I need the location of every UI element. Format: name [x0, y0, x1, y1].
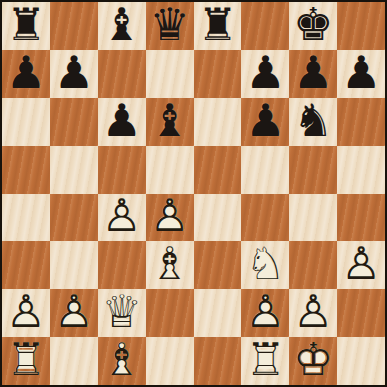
square-h4[interactable] [337, 194, 385, 242]
piece-black-rook: ♜ [194, 2, 242, 50]
white-king-outline-glyph: ♔ [289, 337, 337, 385]
square-e8[interactable]: ♜ [194, 2, 242, 50]
square-a8[interactable]: ♜ [2, 2, 50, 50]
square-e7[interactable] [194, 50, 242, 98]
square-e2[interactable] [194, 289, 242, 337]
piece-white-pawn: ♟♙ [98, 194, 146, 242]
square-f6[interactable]: ♟ [241, 98, 289, 146]
square-h7[interactable]: ♟ [337, 50, 385, 98]
square-a7[interactable]: ♟ [2, 50, 50, 98]
square-g8[interactable]: ♚ [289, 2, 337, 50]
white-rook-outline-glyph: ♖ [2, 337, 50, 385]
square-h5[interactable] [337, 146, 385, 194]
piece-black-knight: ♞ [289, 98, 337, 146]
square-c7[interactable] [98, 50, 146, 98]
square-g1[interactable]: ♚♔ [289, 337, 337, 385]
square-a6[interactable] [2, 98, 50, 146]
piece-white-pawn: ♟♙ [50, 289, 98, 337]
square-c4[interactable]: ♟♙ [98, 194, 146, 242]
square-h3[interactable]: ♟♙ [337, 241, 385, 289]
white-knight-glyph: ♞ [241, 241, 289, 289]
black-rook-glyph: ♜ [2, 2, 50, 50]
piece-white-king: ♚♔ [289, 337, 337, 385]
white-rook-outline-glyph: ♖ [241, 337, 289, 385]
white-pawn-glyph: ♟ [98, 194, 146, 242]
square-f7[interactable]: ♟ [241, 50, 289, 98]
square-b2[interactable]: ♟♙ [50, 289, 98, 337]
piece-black-queen: ♛ [146, 2, 194, 50]
piece-white-pawn: ♟♙ [337, 241, 385, 289]
square-d6[interactable]: ♝ [146, 98, 194, 146]
black-bishop-glyph: ♝ [146, 98, 194, 146]
piece-white-rook: ♜♖ [241, 337, 289, 385]
square-d8[interactable]: ♛ [146, 2, 194, 50]
piece-black-rook: ♜ [2, 2, 50, 50]
black-king-glyph: ♚ [289, 2, 337, 50]
white-pawn-glyph: ♟ [50, 289, 98, 337]
white-pawn-outline-glyph: ♙ [241, 289, 289, 337]
white-pawn-outline-glyph: ♙ [146, 194, 194, 242]
square-e5[interactable] [194, 146, 242, 194]
piece-black-bishop: ♝ [98, 2, 146, 50]
square-e1[interactable] [194, 337, 242, 385]
white-pawn-outline-glyph: ♙ [98, 194, 146, 242]
square-e3[interactable] [194, 241, 242, 289]
square-f5[interactable] [241, 146, 289, 194]
black-pawn-glyph: ♟ [289, 50, 337, 98]
piece-white-pawn: ♟♙ [289, 289, 337, 337]
piece-black-pawn: ♟ [98, 98, 146, 146]
white-king-glyph: ♚ [289, 337, 337, 385]
square-f3[interactable]: ♞♘ [241, 241, 289, 289]
square-e4[interactable] [194, 194, 242, 242]
square-g5[interactable] [289, 146, 337, 194]
square-f1[interactable]: ♜♖ [241, 337, 289, 385]
square-g6[interactable]: ♞ [289, 98, 337, 146]
white-rook-glyph: ♜ [241, 337, 289, 385]
square-c2[interactable]: ♛♕ [98, 289, 146, 337]
white-pawn-outline-glyph: ♙ [337, 241, 385, 289]
square-b1[interactable] [50, 337, 98, 385]
square-c5[interactable] [98, 146, 146, 194]
black-pawn-glyph: ♟ [241, 98, 289, 146]
white-bishop-outline-glyph: ♗ [146, 241, 194, 289]
square-h8[interactable] [337, 2, 385, 50]
square-f2[interactable]: ♟♙ [241, 289, 289, 337]
piece-white-bishop: ♝♗ [146, 241, 194, 289]
square-g2[interactable]: ♟♙ [289, 289, 337, 337]
white-bishop-glyph: ♝ [98, 337, 146, 385]
black-queen-glyph: ♛ [146, 2, 194, 50]
piece-white-queen: ♛♕ [98, 289, 146, 337]
piece-white-pawn: ♟♙ [2, 289, 50, 337]
white-pawn-glyph: ♟ [337, 241, 385, 289]
square-d5[interactable] [146, 146, 194, 194]
square-g3[interactable] [289, 241, 337, 289]
square-a1[interactable]: ♜♖ [2, 337, 50, 385]
square-f8[interactable] [241, 2, 289, 50]
piece-black-pawn: ♟ [241, 98, 289, 146]
square-a4[interactable] [2, 194, 50, 242]
black-pawn-glyph: ♟ [337, 50, 385, 98]
black-knight-glyph: ♞ [289, 98, 337, 146]
white-bishop-outline-glyph: ♗ [98, 337, 146, 385]
piece-black-bishop: ♝ [146, 98, 194, 146]
square-f4[interactable] [241, 194, 289, 242]
square-a3[interactable] [2, 241, 50, 289]
piece-black-pawn: ♟ [337, 50, 385, 98]
square-d7[interactable] [146, 50, 194, 98]
black-pawn-glyph: ♟ [241, 50, 289, 98]
white-pawn-glyph: ♟ [241, 289, 289, 337]
square-a5[interactable] [2, 146, 50, 194]
square-h6[interactable] [337, 98, 385, 146]
square-d1[interactable] [146, 337, 194, 385]
square-b3[interactable] [50, 241, 98, 289]
square-e6[interactable] [194, 98, 242, 146]
black-bishop-glyph: ♝ [98, 2, 146, 50]
square-b8[interactable] [50, 2, 98, 50]
white-pawn-outline-glyph: ♙ [289, 289, 337, 337]
square-d3[interactable]: ♝♗ [146, 241, 194, 289]
white-rook-glyph: ♜ [2, 337, 50, 385]
white-knight-outline-glyph: ♘ [241, 241, 289, 289]
square-c3[interactable] [98, 241, 146, 289]
white-pawn-glyph: ♟ [289, 289, 337, 337]
white-bishop-glyph: ♝ [146, 241, 194, 289]
piece-black-pawn: ♟ [289, 50, 337, 98]
piece-black-pawn: ♟ [50, 50, 98, 98]
black-pawn-glyph: ♟ [2, 50, 50, 98]
piece-black-king: ♚ [289, 2, 337, 50]
black-rook-glyph: ♜ [194, 2, 242, 50]
square-b7[interactable]: ♟ [50, 50, 98, 98]
piece-white-pawn: ♟♙ [146, 194, 194, 242]
square-g7[interactable]: ♟ [289, 50, 337, 98]
square-c1[interactable]: ♝♗ [98, 337, 146, 385]
piece-white-rook: ♜♖ [2, 337, 50, 385]
square-b5[interactable] [50, 146, 98, 194]
white-pawn-outline-glyph: ♙ [2, 289, 50, 337]
square-b4[interactable] [50, 194, 98, 242]
white-pawn-outline-glyph: ♙ [50, 289, 98, 337]
square-g4[interactable] [289, 194, 337, 242]
square-h2[interactable] [337, 289, 385, 337]
chess-diagram: ♜♝♛♜♚♟♟♟♟♟♟♝♟♞♟♙♟♙♝♗♞♘♟♙♟♙♟♙♛♕♟♙♟♙♜♖♝♗♜♖… [0, 0, 387, 387]
square-a2[interactable]: ♟♙ [2, 289, 50, 337]
piece-white-knight: ♞♘ [241, 241, 289, 289]
piece-black-pawn: ♟ [2, 50, 50, 98]
piece-white-bishop: ♝♗ [98, 337, 146, 385]
square-h1[interactable] [337, 337, 385, 385]
piece-black-pawn: ♟ [241, 50, 289, 98]
square-c6[interactable]: ♟ [98, 98, 146, 146]
square-d4[interactable]: ♟♙ [146, 194, 194, 242]
square-d2[interactable] [146, 289, 194, 337]
black-pawn-glyph: ♟ [50, 50, 98, 98]
black-pawn-glyph: ♟ [98, 98, 146, 146]
chess-board: ♜♝♛♜♚♟♟♟♟♟♟♝♟♞♟♙♟♙♝♗♞♘♟♙♟♙♟♙♛♕♟♙♟♙♜♖♝♗♜♖… [0, 0, 387, 387]
white-queen-glyph: ♛ [98, 289, 146, 337]
white-pawn-glyph: ♟ [2, 289, 50, 337]
piece-white-pawn: ♟♙ [241, 289, 289, 337]
white-queen-outline-glyph: ♕ [98, 289, 146, 337]
square-c8[interactable]: ♝ [98, 2, 146, 50]
square-b6[interactable] [50, 98, 98, 146]
white-pawn-glyph: ♟ [146, 194, 194, 242]
